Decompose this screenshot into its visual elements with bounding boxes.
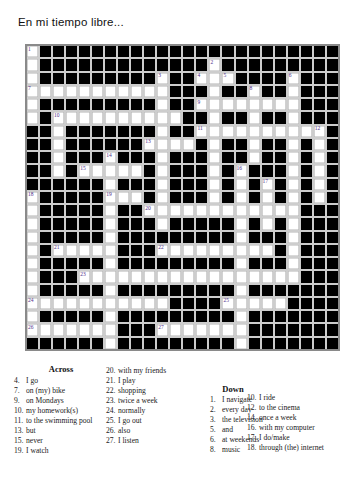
block-cell xyxy=(249,59,260,70)
grid-cell[interactable] xyxy=(236,324,247,335)
grid-cell[interactable] xyxy=(53,126,64,137)
grid-cell[interactable] xyxy=(222,245,233,256)
block-cell xyxy=(236,73,247,84)
grid-cell[interactable] xyxy=(288,139,299,150)
grid-cell[interactable]: 18 xyxy=(27,192,38,203)
grid-cell[interactable] xyxy=(79,112,90,123)
block-cell xyxy=(262,338,273,349)
grid-cell[interactable]: 25 xyxy=(222,298,233,309)
grid-cell[interactable] xyxy=(209,139,220,150)
grid-cell[interactable] xyxy=(79,245,90,256)
grid-cell[interactable] xyxy=(275,205,286,216)
grid-cell[interactable] xyxy=(40,86,51,97)
clue-item: 17.I do/make xyxy=(247,433,324,443)
grid-cell[interactable] xyxy=(249,245,260,256)
grid-cell[interactable] xyxy=(275,99,286,110)
grid-cell[interactable] xyxy=(66,112,77,123)
block-cell xyxy=(79,139,90,150)
grid-cell[interactable] xyxy=(92,112,103,123)
block-cell xyxy=(222,86,233,97)
block-cell xyxy=(301,73,312,84)
block-cell xyxy=(170,285,181,296)
grid-cell[interactable]: 8 xyxy=(249,86,260,97)
grid-cell[interactable] xyxy=(262,298,273,309)
grid-cell[interactable] xyxy=(105,271,116,282)
grid-cell[interactable] xyxy=(53,298,64,309)
grid-cell[interactable] xyxy=(105,245,116,256)
grid-cell[interactable]: 12 xyxy=(314,126,325,137)
grid-cell[interactable] xyxy=(209,126,220,137)
grid-cell[interactable] xyxy=(157,218,168,229)
grid-cell[interactable] xyxy=(92,298,103,309)
grid-cell[interactable] xyxy=(209,271,220,282)
grid-cell[interactable]: 3 xyxy=(157,73,168,84)
grid-cell[interactable] xyxy=(288,112,299,123)
grid-cell[interactable] xyxy=(27,271,38,282)
grid-cell[interactable] xyxy=(105,324,116,335)
grid-cell[interactable] xyxy=(236,338,247,349)
block-cell xyxy=(118,218,129,229)
grid-cell[interactable] xyxy=(105,179,116,190)
grid-cell[interactable] xyxy=(288,205,299,216)
clue-text: I ride xyxy=(259,393,275,403)
block-cell xyxy=(327,179,338,190)
grid-cell[interactable]: 14 xyxy=(105,152,116,163)
grid-cell[interactable] xyxy=(236,285,247,296)
grid-cell[interactable] xyxy=(105,232,116,243)
grid-cell[interactable] xyxy=(157,192,168,203)
block-cell xyxy=(222,311,233,322)
block-cell xyxy=(327,285,338,296)
grid-cell[interactable] xyxy=(53,86,64,97)
grid-cell[interactable] xyxy=(262,99,273,110)
grid-cell[interactable] xyxy=(183,324,194,335)
grid-cell[interactable] xyxy=(131,192,142,203)
grid-cell[interactable] xyxy=(262,126,273,137)
block-cell xyxy=(53,205,64,216)
grid-cell[interactable] xyxy=(236,271,247,282)
grid-cell[interactable] xyxy=(262,218,273,229)
block-cell xyxy=(196,338,207,349)
grid-cell[interactable] xyxy=(157,126,168,137)
clue-number: 7. xyxy=(14,386,26,396)
block-cell xyxy=(209,285,220,296)
grid-cell[interactable] xyxy=(236,311,247,322)
clue-text: through (the) internet xyxy=(259,443,324,453)
grid-cell[interactable]: 10 xyxy=(53,112,64,123)
grid-cell[interactable] xyxy=(157,139,168,150)
block-cell xyxy=(40,285,51,296)
clue-item: 14.once a week xyxy=(247,413,324,423)
grid-cell[interactable] xyxy=(105,338,116,349)
grid-cell[interactable] xyxy=(105,218,116,229)
grid-cell[interactable] xyxy=(105,205,116,216)
block-cell xyxy=(92,205,103,216)
grid-cell[interactable] xyxy=(131,298,142,309)
block-cell xyxy=(301,245,312,256)
grid-cell[interactable] xyxy=(288,99,299,110)
grid-cell[interactable] xyxy=(131,165,142,176)
grid-cell[interactable] xyxy=(118,192,129,203)
grid-cell[interactable] xyxy=(170,271,181,282)
block-cell xyxy=(314,218,325,229)
grid-cell[interactable] xyxy=(249,152,260,163)
grid-cell[interactable] xyxy=(249,99,260,110)
grid-cell[interactable] xyxy=(249,205,260,216)
clue-item: 18.through (the) internet xyxy=(247,443,324,453)
block-cell xyxy=(275,218,286,229)
grid-cell[interactable] xyxy=(209,192,220,203)
grid-cell[interactable] xyxy=(249,298,260,309)
grid-cell[interactable] xyxy=(288,179,299,190)
grid-cell[interactable] xyxy=(288,218,299,229)
block-cell xyxy=(131,245,142,256)
grid-cell[interactable] xyxy=(288,126,299,137)
grid-cell[interactable] xyxy=(92,245,103,256)
grid-cell[interactable] xyxy=(236,245,247,256)
block-cell xyxy=(222,46,233,57)
grid-cell[interactable]: 13 xyxy=(144,139,155,150)
grid-cell[interactable] xyxy=(222,324,233,335)
block-cell xyxy=(327,271,338,282)
grid-cell[interactable] xyxy=(262,271,273,282)
grid-cell[interactable] xyxy=(236,179,247,190)
grid-cell[interactable] xyxy=(157,152,168,163)
grid-cell[interactable] xyxy=(209,205,220,216)
grid-cell[interactable]: 20 xyxy=(144,205,155,216)
grid-cell[interactable] xyxy=(196,245,207,256)
block-cell xyxy=(66,126,77,137)
grid-cell[interactable] xyxy=(314,152,325,163)
block-cell xyxy=(40,338,51,349)
grid-cell[interactable] xyxy=(79,324,90,335)
block-cell xyxy=(144,324,155,335)
grid-cell[interactable]: 27 xyxy=(157,324,168,335)
grid-cell[interactable] xyxy=(118,165,129,176)
block-cell xyxy=(262,258,273,269)
block-cell xyxy=(170,338,181,349)
grid-cell[interactable] xyxy=(262,245,273,256)
block-cell xyxy=(92,46,103,57)
grid-cell[interactable] xyxy=(288,245,299,256)
grid-cell[interactable]: 7 xyxy=(27,86,38,97)
block-cell xyxy=(301,258,312,269)
block-cell xyxy=(40,179,51,190)
block-cell xyxy=(262,59,273,70)
block-cell xyxy=(301,59,312,70)
grid-cell[interactable]: 9 xyxy=(196,99,207,110)
grid-cell[interactable] xyxy=(209,179,220,190)
grid-cell[interactable] xyxy=(236,99,247,110)
grid-cell[interactable] xyxy=(131,112,142,123)
grid-cell[interactable] xyxy=(131,271,142,282)
grid-cell[interactable] xyxy=(118,298,129,309)
grid-cell[interactable] xyxy=(144,86,155,97)
grid-cell[interactable] xyxy=(105,86,116,97)
grid-cell[interactable] xyxy=(275,126,286,137)
grid-cell[interactable]: 11 xyxy=(196,126,207,137)
grid-cell[interactable] xyxy=(144,271,155,282)
grid-cell[interactable] xyxy=(314,139,325,150)
grid-cell[interactable] xyxy=(209,73,220,84)
block-cell xyxy=(314,205,325,216)
block-cell xyxy=(327,59,338,70)
grid-cell[interactable] xyxy=(27,258,38,269)
grid-cell[interactable]: 26 xyxy=(27,324,38,335)
grid-cell[interactable] xyxy=(105,258,116,269)
grid-cell[interactable] xyxy=(236,232,247,243)
block-cell xyxy=(183,73,194,84)
grid-cell[interactable] xyxy=(183,271,194,282)
grid-cell[interactable] xyxy=(144,298,155,309)
grid-cell[interactable] xyxy=(288,86,299,97)
grid-cell[interactable] xyxy=(314,165,325,176)
block-cell xyxy=(144,59,155,70)
grid-cell[interactable] xyxy=(170,112,181,123)
block-cell xyxy=(262,112,273,123)
grid-cell[interactable] xyxy=(288,165,299,176)
block-cell xyxy=(131,338,142,349)
grid-cell[interactable] xyxy=(249,271,260,282)
grid-cell[interactable] xyxy=(196,271,207,282)
block-cell xyxy=(327,245,338,256)
block-cell xyxy=(249,324,260,335)
grid-cell[interactable]: 2 xyxy=(209,59,220,70)
block-cell xyxy=(79,232,90,243)
grid-cell[interactable]: 5 xyxy=(222,73,233,84)
block-cell xyxy=(53,46,64,57)
clue-number: 6. xyxy=(210,435,222,445)
grid-cell[interactable] xyxy=(27,112,38,123)
block-cell xyxy=(118,205,129,216)
grid-cell[interactable] xyxy=(262,205,273,216)
grid-cell[interactable] xyxy=(118,86,129,97)
block-cell xyxy=(170,126,181,137)
grid-cell[interactable] xyxy=(249,112,260,123)
grid-cell[interactable] xyxy=(53,152,64,163)
block-cell xyxy=(92,338,103,349)
grid-cell[interactable]: 21 xyxy=(53,245,64,256)
grid-cell[interactable] xyxy=(288,258,299,269)
grid-cell[interactable]: 1 xyxy=(27,46,38,57)
block-cell xyxy=(183,165,194,176)
grid-cell[interactable] xyxy=(157,165,168,176)
grid-cell[interactable] xyxy=(105,285,116,296)
cell-number: 12 xyxy=(315,126,321,132)
grid-cell[interactable] xyxy=(53,165,64,176)
block-cell xyxy=(144,46,155,57)
block-cell xyxy=(196,46,207,57)
clue-item: 10.I ride xyxy=(247,393,324,403)
block-cell xyxy=(222,179,233,190)
grid-cell[interactable] xyxy=(170,324,181,335)
block-cell xyxy=(222,165,233,176)
block-cell xyxy=(327,258,338,269)
grid-cell[interactable] xyxy=(183,245,194,256)
block-cell xyxy=(92,99,103,110)
grid-cell[interactable] xyxy=(27,232,38,243)
block-cell xyxy=(92,179,103,190)
grid-cell[interactable] xyxy=(66,86,77,97)
grid-cell[interactable] xyxy=(27,59,38,70)
grid-cell[interactable]: 19 xyxy=(105,192,116,203)
grid-cell[interactable] xyxy=(275,271,286,282)
grid-cell[interactable] xyxy=(170,245,181,256)
block-cell xyxy=(327,232,338,243)
clue-text: on Mondays xyxy=(26,396,64,406)
block-cell xyxy=(249,192,260,203)
block-cell xyxy=(157,59,168,70)
grid-cell[interactable]: 24 xyxy=(27,298,38,309)
grid-cell[interactable] xyxy=(40,298,51,309)
grid-cell[interactable] xyxy=(79,298,90,309)
grid-cell[interactable] xyxy=(222,126,233,137)
clue-text: I watch xyxy=(26,446,49,456)
block-cell xyxy=(118,338,129,349)
clue-text: never xyxy=(26,436,43,446)
worksheet-page: En mi tiempo libre... 123456789101112131… xyxy=(0,0,353,500)
grid-cell[interactable] xyxy=(288,232,299,243)
grid-cell[interactable] xyxy=(92,271,103,282)
grid-cell[interactable] xyxy=(222,271,233,282)
grid-cell[interactable] xyxy=(157,298,168,309)
grid-cell[interactable] xyxy=(170,139,181,150)
block-cell xyxy=(66,99,77,110)
clue-number: 8. xyxy=(210,445,222,455)
grid-cell[interactable] xyxy=(157,179,168,190)
cell-number: 27 xyxy=(158,325,164,331)
block-cell xyxy=(209,311,220,322)
grid-cell[interactable] xyxy=(157,86,168,97)
block-cell xyxy=(40,73,51,84)
grid-cell[interactable] xyxy=(209,245,220,256)
grid-cell[interactable]: 15 xyxy=(79,165,90,176)
grid-cell[interactable] xyxy=(236,298,247,309)
grid-cell[interactable] xyxy=(236,258,247,269)
block-cell xyxy=(131,59,142,70)
grid-cell[interactable] xyxy=(157,271,168,282)
block-cell xyxy=(118,311,129,322)
grid-cell[interactable] xyxy=(118,112,129,123)
grid-cell[interactable] xyxy=(92,165,103,176)
grid-cell[interactable] xyxy=(301,126,312,137)
grid-cell[interactable]: 22 xyxy=(157,245,168,256)
grid-cell[interactable] xyxy=(236,126,247,137)
cell-number: 11 xyxy=(197,126,202,132)
grid-cell[interactable] xyxy=(53,324,64,335)
grid-cell[interactable] xyxy=(27,311,38,322)
grid-cell[interactable] xyxy=(183,139,194,150)
block-cell xyxy=(40,311,51,322)
grid-cell[interactable] xyxy=(222,205,233,216)
grid-cell[interactable] xyxy=(144,112,155,123)
block-cell xyxy=(262,86,273,97)
block-cell xyxy=(53,73,64,84)
clue-text: and xyxy=(222,425,233,435)
grid-cell[interactable]: 4 xyxy=(196,73,207,84)
block-cell xyxy=(118,46,129,57)
clue-text: to the cinema xyxy=(259,403,300,413)
grid-cell[interactable]: 17 xyxy=(262,179,273,190)
block-cell xyxy=(196,218,207,229)
grid-cell[interactable] xyxy=(314,192,325,203)
grid-cell[interactable]: 16 xyxy=(236,165,247,176)
grid-cell[interactable] xyxy=(196,324,207,335)
grid-cell[interactable] xyxy=(209,165,220,176)
grid-cell[interactable] xyxy=(27,99,38,110)
grid-cell[interactable] xyxy=(288,192,299,203)
grid-cell[interactable] xyxy=(92,324,103,335)
grid-cell[interactable] xyxy=(66,324,77,335)
grid-cell[interactable] xyxy=(314,179,325,190)
grid-cell[interactable] xyxy=(40,324,51,335)
grid-cell[interactable] xyxy=(92,86,103,97)
block-cell xyxy=(79,192,90,203)
grid-cell[interactable] xyxy=(236,205,247,216)
block-cell xyxy=(262,139,273,150)
grid-cell[interactable] xyxy=(105,311,116,322)
block-cell xyxy=(53,311,64,322)
grid-cell[interactable] xyxy=(27,73,38,84)
block-cell xyxy=(170,179,181,190)
grid-cell[interactable] xyxy=(79,86,90,97)
grid-cell[interactable] xyxy=(183,205,194,216)
grid-cell[interactable] xyxy=(209,324,220,335)
grid-cell[interactable] xyxy=(209,112,220,123)
grid-cell[interactable] xyxy=(105,112,116,123)
block-cell xyxy=(53,338,64,349)
grid-cell[interactable] xyxy=(288,271,299,282)
grid-cell[interactable] xyxy=(275,298,286,309)
grid-cell[interactable] xyxy=(222,99,233,110)
grid-cell[interactable] xyxy=(249,126,260,137)
grid-cell[interactable] xyxy=(66,298,77,309)
grid-cell[interactable] xyxy=(236,218,247,229)
grid-cell[interactable]: 23 xyxy=(79,271,90,282)
grid-cell[interactable] xyxy=(288,152,299,163)
grid-cell[interactable] xyxy=(157,205,168,216)
clue-item: 16.with my computer xyxy=(247,423,324,433)
block-cell xyxy=(301,285,312,296)
grid-cell[interactable] xyxy=(27,205,38,216)
grid-cell[interactable] xyxy=(196,205,207,216)
grid-cell[interactable]: 6 xyxy=(288,73,299,84)
block-cell xyxy=(131,205,142,216)
grid-cell[interactable] xyxy=(105,165,116,176)
grid-cell[interactable] xyxy=(262,192,273,203)
grid-cell[interactable] xyxy=(209,86,220,97)
grid-cell[interactable] xyxy=(249,139,260,150)
grid-cell[interactable] xyxy=(157,112,168,123)
grid-cell[interactable] xyxy=(53,139,64,150)
clue-text: also xyxy=(118,426,130,436)
grid-cell[interactable] xyxy=(66,245,77,256)
grid-cell[interactable] xyxy=(236,192,247,203)
grid-cell[interactable] xyxy=(27,218,38,229)
grid-cell[interactable] xyxy=(157,99,168,110)
block-cell xyxy=(40,46,51,57)
grid-cell[interactable] xyxy=(27,245,38,256)
block-cell xyxy=(314,285,325,296)
grid-cell[interactable] xyxy=(105,298,116,309)
grid-cell[interactable] xyxy=(118,271,129,282)
grid-cell[interactable] xyxy=(209,152,220,163)
grid-cell[interactable] xyxy=(27,285,38,296)
grid-cell[interactable] xyxy=(209,99,220,110)
grid-cell[interactable] xyxy=(131,86,142,97)
clue-text: I do/make xyxy=(259,433,290,443)
grid-cell[interactable] xyxy=(170,205,181,216)
